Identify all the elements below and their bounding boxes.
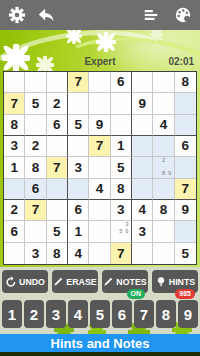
cell-value: 7 — [96, 139, 104, 153]
cell-r4c1[interactable]: 3 — [4, 136, 25, 157]
numpad-button-7[interactable]: 7 — [134, 300, 154, 328]
hints-count-badge: 985 — [175, 289, 195, 299]
cell-r6c8[interactable] — [153, 179, 174, 200]
cell-value: 6 — [53, 118, 61, 132]
cell-r3c7[interactable] — [132, 115, 153, 136]
cell-r5c1[interactable]: 1 — [4, 157, 25, 178]
cell-r8c5[interactable] — [89, 221, 110, 242]
cell-r4c2[interactable]: 2 — [25, 136, 46, 157]
cell-value: 4 — [74, 247, 82, 261]
cell-r8c3[interactable]: 5 — [47, 221, 68, 242]
numpad-button-3[interactable]: 3 — [46, 300, 66, 328]
notes-pencil-icon — [103, 276, 114, 287]
cell-r6c4[interactable] — [68, 179, 89, 200]
cell-value: 6 — [74, 203, 82, 217]
erase-button[interactable]: ERASE — [52, 270, 98, 293]
cell-r6c3[interactable] — [47, 179, 68, 200]
cell-value: 3 — [138, 225, 146, 239]
cell-r3c3[interactable]: 6 — [47, 115, 68, 136]
cell-r7c9[interactable]: 9 — [175, 200, 196, 221]
undo-icon — [5, 276, 17, 288]
undo-button[interactable]: UNDO — [2, 270, 48, 293]
cell-r7c3[interactable] — [47, 200, 68, 221]
cell-r2c3[interactable]: 2 — [47, 93, 68, 114]
cell-r7c8[interactable]: 8 — [153, 200, 174, 221]
cell-r9c8[interactable] — [153, 243, 174, 264]
cell-r9c3[interactable]: 8 — [47, 243, 68, 264]
cell-r4c8[interactable] — [153, 136, 174, 157]
cell-r9c7[interactable] — [132, 243, 153, 264]
cell-value: 7 — [10, 97, 18, 111]
cell-r1c6[interactable]: 6 — [111, 72, 132, 93]
numpad-button-6[interactable]: 6 — [112, 300, 132, 328]
cell-r1c5[interactable] — [89, 72, 110, 93]
game-timer: 02:01 — [168, 56, 194, 67]
number-pad: 123456789 — [2, 300, 198, 328]
cell-r8c8[interactable] — [153, 221, 174, 242]
cell-r5c3[interactable]: 7 — [47, 157, 68, 178]
cell-value: 1 — [10, 161, 18, 175]
cell-r2c5[interactable] — [89, 93, 110, 114]
cell-value: 3 — [74, 161, 82, 175]
cell-r1c4[interactable]: 7 — [68, 72, 89, 93]
cell-r1c2[interactable] — [25, 72, 46, 93]
cell-value: 3 — [117, 203, 125, 217]
cell-value: 8 — [160, 203, 168, 217]
cell-r6c1[interactable] — [4, 179, 25, 200]
cell-value: 7 — [53, 161, 61, 175]
cell-r7c2[interactable]: 7 — [25, 200, 46, 221]
cell-r7c7[interactable]: 4 — [132, 200, 153, 221]
cell-r9c2[interactable]: 3 — [25, 243, 46, 264]
cell-r6c5[interactable]: 4 — [89, 179, 110, 200]
cell-r3c1[interactable]: 8 — [4, 115, 25, 136]
cell-r5c8[interactable]: 289 — [153, 157, 174, 178]
hints-and-notes-banner[interactable]: Hints and Notes — [0, 334, 200, 352]
cell-value: 6 — [182, 139, 190, 153]
cell-r8c7[interactable]: 3 — [132, 221, 153, 242]
cell-value: 3 — [10, 139, 18, 153]
erase-pencil-icon — [53, 276, 64, 287]
control-button-row: UNDO ERASE NOTES ON HINTS 985 — [2, 270, 198, 293]
cell-value: 7 — [74, 75, 82, 89]
cell-value: 6 — [117, 75, 125, 89]
cell-r8c9[interactable] — [175, 221, 196, 242]
cell-r9c1[interactable] — [4, 243, 25, 264]
hints-label: HINTS — [169, 277, 195, 287]
cell-value: 1 — [74, 225, 82, 239]
erase-label: ERASE — [66, 277, 96, 287]
cell-r1c9[interactable]: 8 — [175, 72, 196, 93]
numpad-button-9[interactable]: 9 — [178, 300, 198, 328]
daisy-flower-icon — [96, 32, 116, 52]
cell-value: 4 — [138, 203, 146, 217]
cell-value: 5 — [74, 118, 82, 132]
cell-r9c9[interactable]: 5 — [175, 243, 196, 264]
cell-value: 2 — [32, 139, 40, 153]
notes-label: NOTES — [116, 277, 146, 287]
cell-value: 3 — [32, 247, 40, 261]
cell-r5c6[interactable]: 5 — [111, 157, 132, 178]
pencil-notes: 289 — [154, 158, 172, 176]
cell-r9c5[interactable] — [89, 243, 110, 264]
cell-value: 9 — [96, 118, 104, 132]
numpad-button-4[interactable]: 4 — [68, 300, 88, 328]
cell-r7c6[interactable]: 3 — [111, 200, 132, 221]
cell-value: 9 — [182, 203, 190, 217]
cell-r6c9[interactable]: 7 — [175, 179, 196, 200]
lightbulb-icon — [155, 276, 167, 288]
cell-r8c6[interactable]: 356 — [111, 221, 132, 242]
cell-value: 8 — [10, 118, 18, 132]
cell-r6c7[interactable] — [132, 179, 153, 200]
cell-value: 8 — [182, 75, 190, 89]
cell-value: 8 — [32, 161, 40, 175]
numpad-button-2[interactable]: 2 — [24, 300, 44, 328]
cell-r3c2[interactable] — [25, 115, 46, 136]
cell-r5c4[interactable]: 3 — [68, 157, 89, 178]
cell-r9c4[interactable]: 4 — [68, 243, 89, 264]
cell-r8c1[interactable]: 6 — [4, 221, 25, 242]
cell-value: 9 — [138, 97, 146, 111]
menu-lines-icon[interactable] — [142, 6, 160, 24]
cell-r5c7[interactable] — [132, 157, 153, 178]
cell-value: 1 — [117, 139, 125, 153]
pencil-notes: 356 — [112, 222, 130, 240]
cell-r2c4[interactable] — [68, 93, 89, 114]
cell-r1c7[interactable] — [132, 72, 153, 93]
cell-r3c9[interactable] — [175, 115, 196, 136]
cell-value: 8 — [117, 182, 125, 196]
cell-value: 7 — [32, 203, 40, 217]
sudoku-board: 7687529865943271618735289648727634896513… — [3, 71, 197, 265]
cell-value: 2 — [53, 97, 61, 111]
cell-r5c9[interactable] — [175, 157, 196, 178]
cell-value: 5 — [53, 225, 61, 239]
cell-r1c8[interactable] — [153, 72, 174, 93]
cell-value: 4 — [96, 182, 104, 196]
cell-value: 6 — [10, 225, 18, 239]
banner-label: Hints and Notes — [51, 336, 150, 351]
cell-r7c5[interactable] — [89, 200, 110, 221]
settings-gear-icon[interactable] — [8, 6, 26, 24]
hints-button[interactable]: HINTS 985 — [152, 270, 198, 293]
bottom-strip — [0, 352, 200, 356]
cell-value: 5 — [32, 97, 40, 111]
numpad-button-1[interactable]: 1 — [2, 300, 22, 328]
sudoku-app-screen: Expert 02:01 768752986594327161873528964… — [0, 0, 200, 356]
cell-r6c2[interactable]: 6 — [25, 179, 46, 200]
cell-r3c8[interactable]: 4 — [153, 115, 174, 136]
cell-value: 2 — [10, 203, 18, 217]
cell-r1c1[interactable] — [4, 72, 25, 93]
numpad-button-8[interactable]: 8 — [156, 300, 176, 328]
cell-r2c9[interactable] — [175, 93, 196, 114]
cell-r3c5[interactable]: 9 — [89, 115, 110, 136]
undo-label: UNDO — [19, 277, 45, 287]
notes-on-badge: ON — [127, 289, 146, 299]
cell-r2c6[interactable] — [111, 93, 132, 114]
cell-r6c6[interactable]: 8 — [111, 179, 132, 200]
cell-r1c3[interactable] — [47, 72, 68, 93]
cell-r4c6[interactable]: 1 — [111, 136, 132, 157]
cell-r2c2[interactable]: 5 — [25, 93, 46, 114]
cell-r2c1[interactable]: 7 — [4, 93, 25, 114]
cell-value: 4 — [160, 118, 168, 132]
cell-r5c2[interactable]: 8 — [25, 157, 46, 178]
cell-r4c7[interactable] — [132, 136, 153, 157]
cell-r4c5[interactable]: 7 — [89, 136, 110, 157]
cell-value: 6 — [32, 182, 40, 196]
cell-value: 5 — [182, 247, 190, 261]
notes-button[interactable]: NOTES ON — [102, 270, 148, 293]
cell-value: 7 — [117, 247, 125, 261]
cell-r2c7[interactable]: 9 — [132, 93, 153, 114]
cell-r7c1[interactable]: 2 — [4, 200, 25, 221]
cell-value: 8 — [53, 247, 61, 261]
back-undo-arrow-icon[interactable] — [37, 6, 55, 24]
cell-r4c3[interactable] — [47, 136, 68, 157]
cell-value: 5 — [117, 161, 125, 175]
cell-r5c5[interactable] — [89, 157, 110, 178]
cell-r8c4[interactable]: 1 — [68, 221, 89, 242]
palette-icon[interactable] — [174, 6, 192, 24]
cell-r7c4[interactable]: 6 — [68, 200, 89, 221]
cell-r8c2[interactable] — [25, 221, 46, 242]
cell-r3c6[interactable] — [111, 115, 132, 136]
top-app-bar — [0, 0, 200, 30]
daisy-flower-icon — [66, 28, 82, 44]
numpad-button-5[interactable]: 5 — [90, 300, 110, 328]
cell-r4c4[interactable] — [68, 136, 89, 157]
cell-r9c6[interactable]: 7 — [111, 243, 132, 264]
cell-r2c8[interactable] — [153, 93, 174, 114]
cell-r4c9[interactable]: 6 — [175, 136, 196, 157]
cell-value: 7 — [182, 182, 190, 196]
cell-r3c4[interactable]: 5 — [68, 115, 89, 136]
